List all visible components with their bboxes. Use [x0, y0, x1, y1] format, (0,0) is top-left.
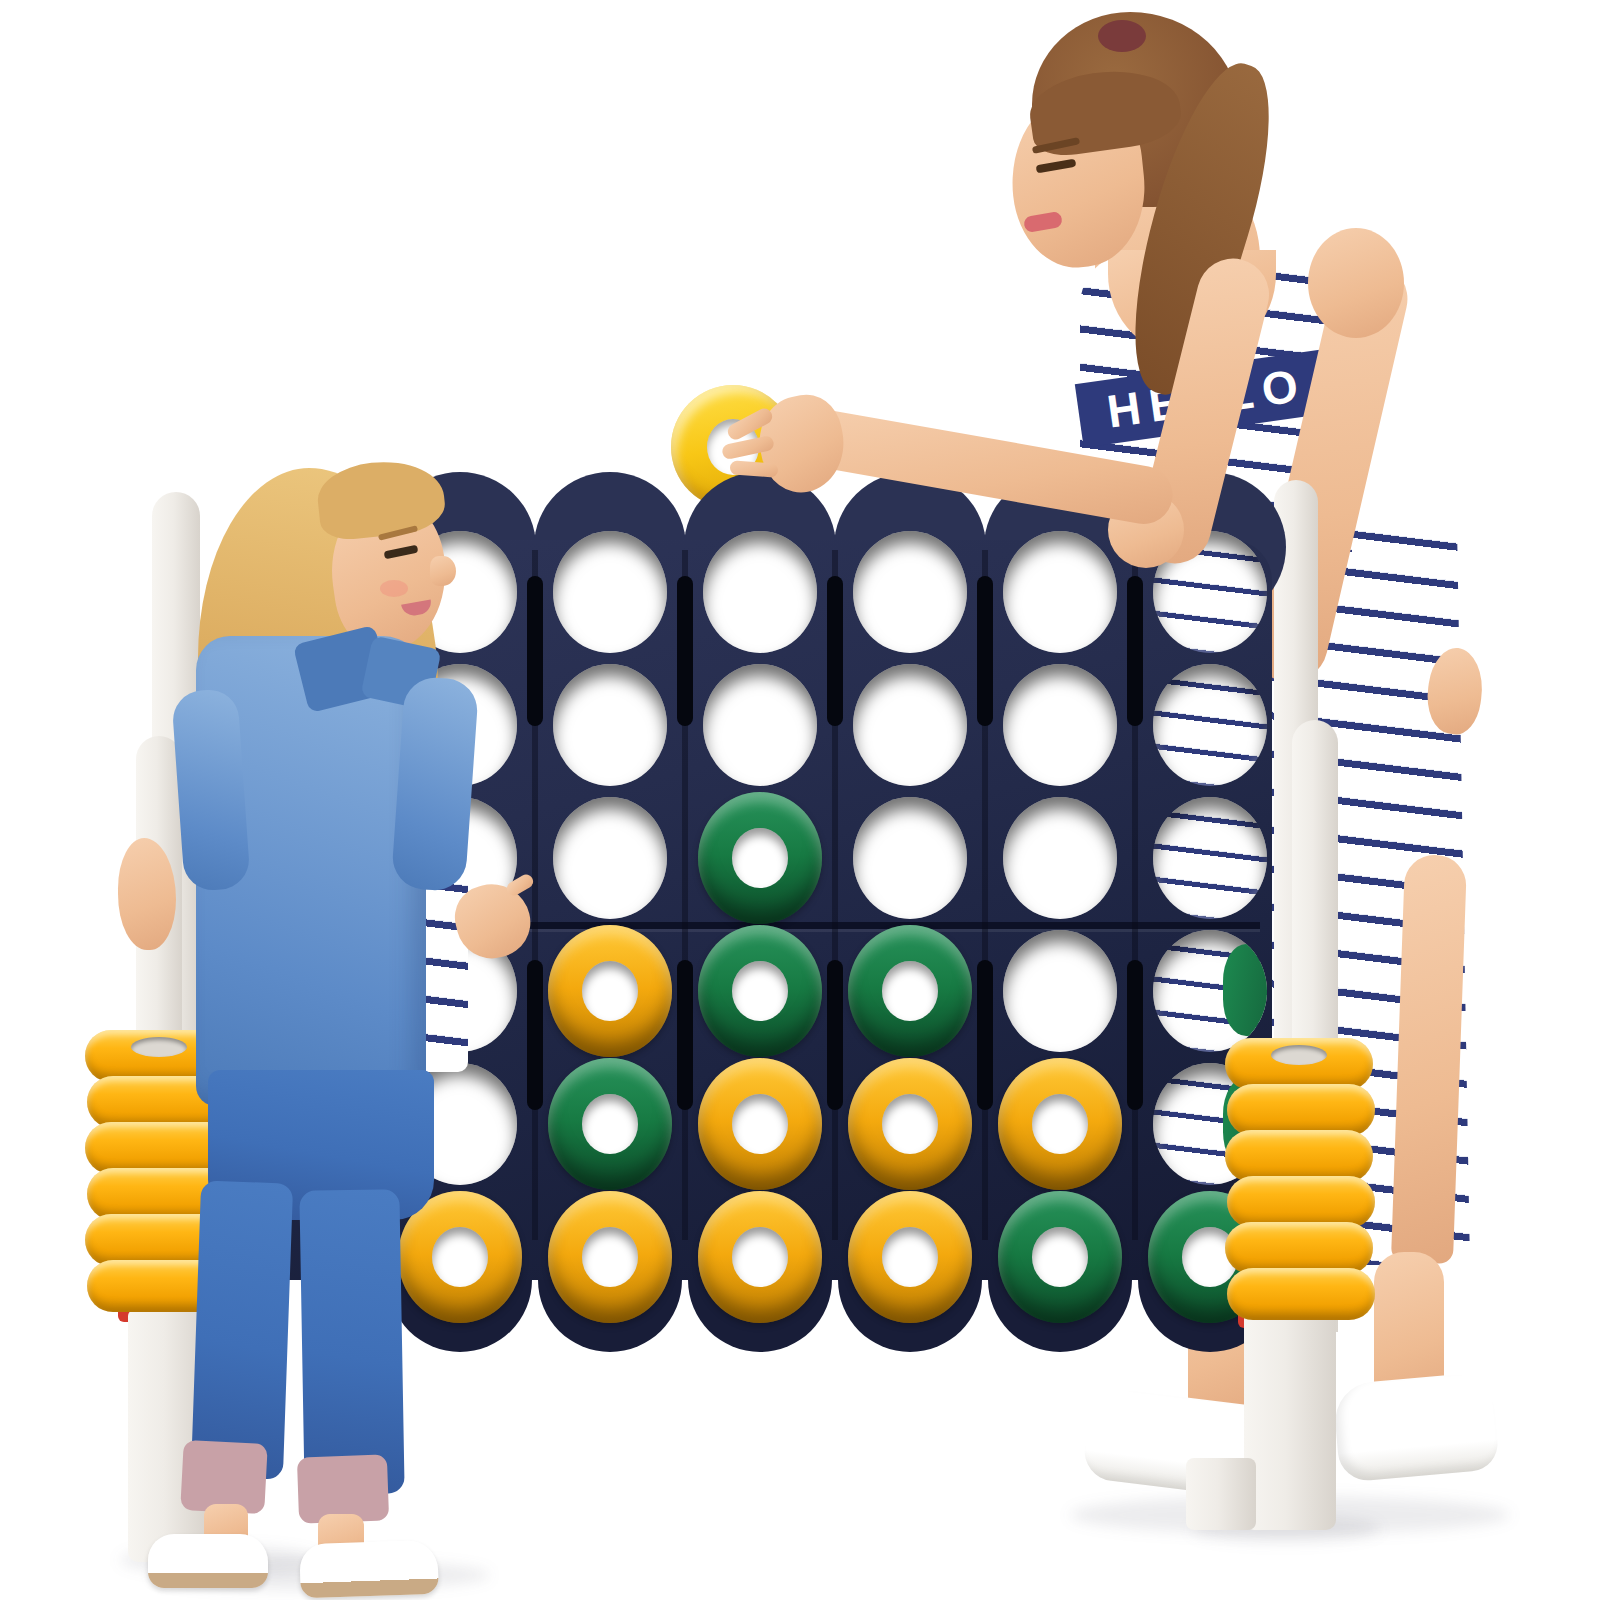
disc-center-hole — [582, 1227, 638, 1287]
disc-yellow-r6c4 — [848, 1191, 972, 1323]
disc-center-hole — [582, 961, 638, 1021]
disc-green-r4c3 — [698, 925, 822, 1057]
disc-center-hole — [882, 1094, 938, 1154]
girl-cheek — [380, 580, 408, 597]
hole-r1c3 — [703, 531, 817, 653]
rail-slot — [977, 576, 993, 726]
girl-jeans-leg-left — [191, 1180, 293, 1479]
rail-slot — [1127, 960, 1143, 1110]
hole-r1c5 — [1003, 531, 1117, 653]
girl-sleeve-left — [171, 688, 251, 892]
disc-center-hole — [732, 1094, 788, 1154]
tray-yellow-ring — [1227, 1176, 1375, 1228]
disc-yellow-r4c2 — [548, 925, 672, 1057]
girl-sandal-right — [299, 1540, 439, 1599]
disc-center-hole — [732, 1227, 788, 1287]
rail-slot — [827, 960, 843, 1110]
disc-yellow-r5c4 — [848, 1058, 972, 1190]
disc-center-hole — [582, 1094, 638, 1154]
hole-r1c4 — [853, 531, 967, 653]
tray-yellow-ring — [1225, 1038, 1373, 1090]
hole-r3c4 — [853, 797, 967, 919]
rail-slot — [977, 960, 993, 1110]
hole-r2c4 — [853, 664, 967, 786]
tray-post-through-hole — [1271, 1045, 1327, 1065]
disc-green-r4c4 — [848, 925, 972, 1057]
hole-r3c5 — [1003, 797, 1117, 919]
disc-yellow-r6c2 — [548, 1191, 672, 1323]
rail-slot — [527, 576, 543, 726]
hole-r1c2 — [553, 531, 667, 653]
woman-hair-scrunchie — [1098, 20, 1146, 52]
disc-center-hole — [432, 1227, 488, 1287]
frame-base-right — [1244, 1310, 1336, 1530]
tray-post-through-hole — [131, 1037, 187, 1057]
disc-center-hole — [732, 961, 788, 1021]
woman-sneaker-right — [1332, 1371, 1500, 1483]
rail-slot — [677, 576, 693, 726]
disc-tray-right — [1225, 1038, 1375, 1328]
tray-yellow-ring — [1225, 1130, 1373, 1182]
girl-jeans-cuff-left — [180, 1440, 268, 1514]
hole-r2c2 — [553, 664, 667, 786]
tray-yellow-ring — [1227, 1268, 1375, 1320]
disc-center-hole — [882, 961, 938, 1021]
disc-yellow-r5c3 — [698, 1058, 822, 1190]
hole-r4c5 — [1003, 930, 1117, 1052]
disc-yellow-r5c5 — [998, 1058, 1122, 1190]
girl-jeans-leg-right — [299, 1189, 404, 1495]
hole-r2c6 — [1153, 664, 1267, 786]
disc-green-r3c3 — [698, 792, 822, 924]
disc-green-r5c2 — [548, 1058, 672, 1190]
tray-yellow-ring — [1227, 1084, 1375, 1136]
girl-nose — [430, 556, 456, 586]
girl-sandal-left — [148, 1534, 268, 1588]
disc-center-hole — [1032, 1227, 1088, 1287]
scene-product-photo: HELLO — [0, 0, 1600, 1600]
hole-r4c6 — [1153, 930, 1267, 1052]
girl-sleeve-right — [391, 676, 480, 893]
hole-r3c6 — [1153, 797, 1267, 919]
disc-green-r6c5 — [998, 1191, 1122, 1323]
hole-r3c2 — [553, 797, 667, 919]
hole-r2c3 — [703, 664, 817, 786]
disc-center-hole — [732, 828, 788, 888]
rail-slot — [1127, 576, 1143, 726]
disc-center-hole — [1032, 1094, 1088, 1154]
disc-yellow-r6c3 — [698, 1191, 822, 1323]
rail-slot — [677, 960, 693, 1110]
disc-center-hole — [882, 1227, 938, 1287]
woman-shoulder-left — [1308, 228, 1404, 338]
tray-yellow-ring — [1225, 1222, 1373, 1274]
rail-slot — [827, 576, 843, 726]
hole-r2c5 — [1003, 664, 1117, 786]
frame-base-right-foot — [1186, 1458, 1256, 1530]
rail-slot — [527, 960, 543, 1110]
